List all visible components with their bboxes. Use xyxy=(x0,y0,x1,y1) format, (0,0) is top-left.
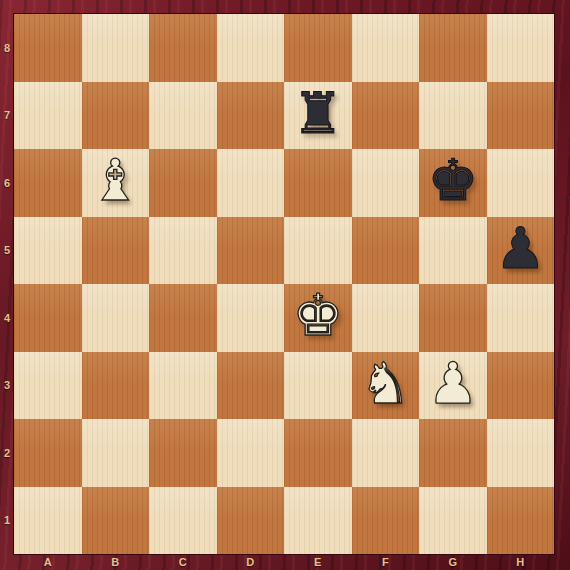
square-a2[interactable] xyxy=(14,419,82,487)
chessboard-screenshot: ♜♝♚♟♚♞♟ 87654321ABCDEFGH xyxy=(0,0,570,570)
file-label-h: H xyxy=(487,554,555,570)
rank-label-6: 6 xyxy=(0,149,14,217)
square-c2[interactable] xyxy=(149,419,217,487)
square-c1[interactable] xyxy=(149,487,217,555)
square-f6[interactable] xyxy=(352,149,420,217)
rank-label-1: 1 xyxy=(0,487,14,555)
square-f5[interactable] xyxy=(352,217,420,285)
square-d1[interactable] xyxy=(217,487,285,555)
square-b2[interactable] xyxy=(82,419,150,487)
square-d5[interactable] xyxy=(217,217,285,285)
piece-black-rook[interactable]: ♜ xyxy=(292,85,343,142)
square-b3[interactable] xyxy=(82,352,150,420)
square-h4[interactable] xyxy=(487,284,555,352)
square-b4[interactable] xyxy=(82,284,150,352)
square-c6[interactable] xyxy=(149,149,217,217)
square-h7[interactable] xyxy=(487,82,555,150)
square-f3[interactable]: ♞ xyxy=(352,352,420,420)
square-h6[interactable] xyxy=(487,149,555,217)
square-f8[interactable] xyxy=(352,14,420,82)
square-c7[interactable] xyxy=(149,82,217,150)
file-label-c: C xyxy=(149,554,217,570)
square-f1[interactable] xyxy=(352,487,420,555)
square-b5[interactable] xyxy=(82,217,150,285)
chess-board: ♜♝♚♟♚♞♟ xyxy=(14,14,554,554)
square-c5[interactable] xyxy=(149,217,217,285)
rank-label-5: 5 xyxy=(0,217,14,285)
piece-white-king[interactable]: ♚ xyxy=(292,287,343,344)
square-g7[interactable] xyxy=(419,82,487,150)
square-h1[interactable] xyxy=(487,487,555,555)
file-label-d: D xyxy=(217,554,285,570)
file-label-e: E xyxy=(284,554,352,570)
square-e1[interactable] xyxy=(284,487,352,555)
file-label-g: G xyxy=(419,554,487,570)
rank-label-3: 3 xyxy=(0,352,14,420)
square-d2[interactable] xyxy=(217,419,285,487)
square-e6[interactable] xyxy=(284,149,352,217)
square-e2[interactable] xyxy=(284,419,352,487)
rank-label-7: 7 xyxy=(0,82,14,150)
square-c8[interactable] xyxy=(149,14,217,82)
rank-label-4: 4 xyxy=(0,284,14,352)
square-a6[interactable] xyxy=(14,149,82,217)
square-b8[interactable] xyxy=(82,14,150,82)
square-a8[interactable] xyxy=(14,14,82,82)
square-g8[interactable] xyxy=(419,14,487,82)
square-a3[interactable] xyxy=(14,352,82,420)
square-b6[interactable]: ♝ xyxy=(82,149,150,217)
square-d3[interactable] xyxy=(217,352,285,420)
square-g3[interactable]: ♟ xyxy=(419,352,487,420)
square-e8[interactable] xyxy=(284,14,352,82)
square-g4[interactable] xyxy=(419,284,487,352)
square-f7[interactable] xyxy=(352,82,420,150)
square-d7[interactable] xyxy=(217,82,285,150)
rank-label-2: 2 xyxy=(0,419,14,487)
square-f2[interactable] xyxy=(352,419,420,487)
file-label-a: A xyxy=(14,554,82,570)
square-g2[interactable] xyxy=(419,419,487,487)
square-c4[interactable] xyxy=(149,284,217,352)
square-a4[interactable] xyxy=(14,284,82,352)
square-f4[interactable] xyxy=(352,284,420,352)
square-h3[interactable] xyxy=(487,352,555,420)
piece-black-pawn[interactable]: ♟ xyxy=(495,220,546,277)
square-a5[interactable] xyxy=(14,217,82,285)
square-b1[interactable] xyxy=(82,487,150,555)
square-g1[interactable] xyxy=(419,487,487,555)
piece-white-pawn[interactable]: ♟ xyxy=(427,355,478,412)
square-a1[interactable] xyxy=(14,487,82,555)
square-c3[interactable] xyxy=(149,352,217,420)
file-label-b: B xyxy=(82,554,150,570)
file-label-f: F xyxy=(352,554,420,570)
square-d4[interactable] xyxy=(217,284,285,352)
square-e3[interactable] xyxy=(284,352,352,420)
square-a7[interactable] xyxy=(14,82,82,150)
square-h8[interactable] xyxy=(487,14,555,82)
square-d6[interactable] xyxy=(217,149,285,217)
square-b7[interactable] xyxy=(82,82,150,150)
rank-label-8: 8 xyxy=(0,14,14,82)
piece-white-bishop[interactable]: ♝ xyxy=(90,152,141,209)
square-g6[interactable]: ♚ xyxy=(419,149,487,217)
square-e7[interactable]: ♜ xyxy=(284,82,352,150)
square-g5[interactable] xyxy=(419,217,487,285)
square-h2[interactable] xyxy=(487,419,555,487)
piece-black-king[interactable]: ♚ xyxy=(427,152,478,209)
square-e5[interactable] xyxy=(284,217,352,285)
square-h5[interactable]: ♟ xyxy=(487,217,555,285)
square-d8[interactable] xyxy=(217,14,285,82)
piece-white-knight[interactable]: ♞ xyxy=(360,355,411,412)
square-e4[interactable]: ♚ xyxy=(284,284,352,352)
